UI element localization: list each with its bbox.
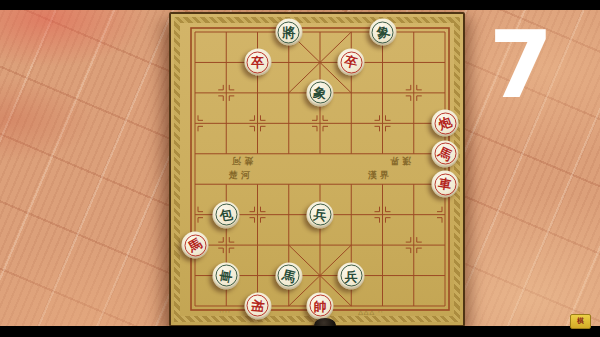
channel-watermark-glyph: 棋 xyxy=(577,318,584,325)
piece-red-chariot[interactable]: 車 xyxy=(432,171,459,198)
piece-character: 卒 xyxy=(251,56,264,69)
piece-character: 相 xyxy=(250,299,264,313)
piece-black-elephant[interactable]: 象 xyxy=(307,79,334,106)
piece-character: 兵 xyxy=(313,207,328,222)
piece-black-general[interactable]: 將 xyxy=(275,19,302,46)
frame-number: 7 xyxy=(489,20,553,112)
piece-red-horse[interactable]: 馬 xyxy=(182,232,209,259)
piece-black-soldier[interactable]: 兵 xyxy=(307,201,334,228)
board-inscription-left: ···· xyxy=(219,308,231,315)
channel-watermark: 棋 xyxy=(570,314,591,329)
river-label: 楚河 xyxy=(229,154,253,167)
piece-character: 車 xyxy=(437,177,452,192)
river-label: 楚河 xyxy=(229,169,253,182)
river-label: 漢界 xyxy=(368,169,392,182)
board-inscription-right: △△△ ·· xyxy=(358,308,384,315)
letterbox-bottom xyxy=(0,326,600,337)
piece-black-cannon[interactable]: 包 xyxy=(213,201,240,228)
piece-character: 帥 xyxy=(314,299,327,312)
piece-black-horse[interactable]: 馬 xyxy=(275,262,302,289)
video-frame: 楚河漢界楚河漢界 ···· △△△ ·· 將象卒卒象炮馬車包兵馬車馬兵相帥 7 … xyxy=(0,0,600,337)
piece-red-horse[interactable]: 馬 xyxy=(432,140,459,167)
piece-character: 兵 xyxy=(345,269,358,282)
piece-red-soldier[interactable]: 卒 xyxy=(338,49,365,76)
piece-character: 包 xyxy=(219,207,234,222)
piece-red-soldier[interactable]: 卒 xyxy=(244,49,271,76)
piece-black-soldier[interactable]: 兵 xyxy=(338,262,365,289)
river-label: 漢界 xyxy=(387,154,411,167)
xiangqi-board: 楚河漢界楚河漢界 ···· △△△ ·· 將象卒卒象炮馬車包兵馬車馬兵相帥 xyxy=(169,12,465,327)
piece-character: 車 xyxy=(219,268,234,283)
letterbox-top xyxy=(0,0,600,10)
piece-character: 象 xyxy=(375,24,391,40)
piece-black-chariot[interactable]: 車 xyxy=(213,262,240,289)
piece-red-cannon[interactable]: 炮 xyxy=(432,110,459,137)
piece-red-general[interactable]: 帥 xyxy=(307,292,334,319)
piece-red-elephant[interactable]: 相 xyxy=(244,292,271,319)
piece-black-elephant[interactable]: 象 xyxy=(369,19,396,46)
piece-character: 將 xyxy=(282,26,295,39)
piece-character: 馬 xyxy=(281,268,297,284)
piece-character: 象 xyxy=(312,85,327,100)
